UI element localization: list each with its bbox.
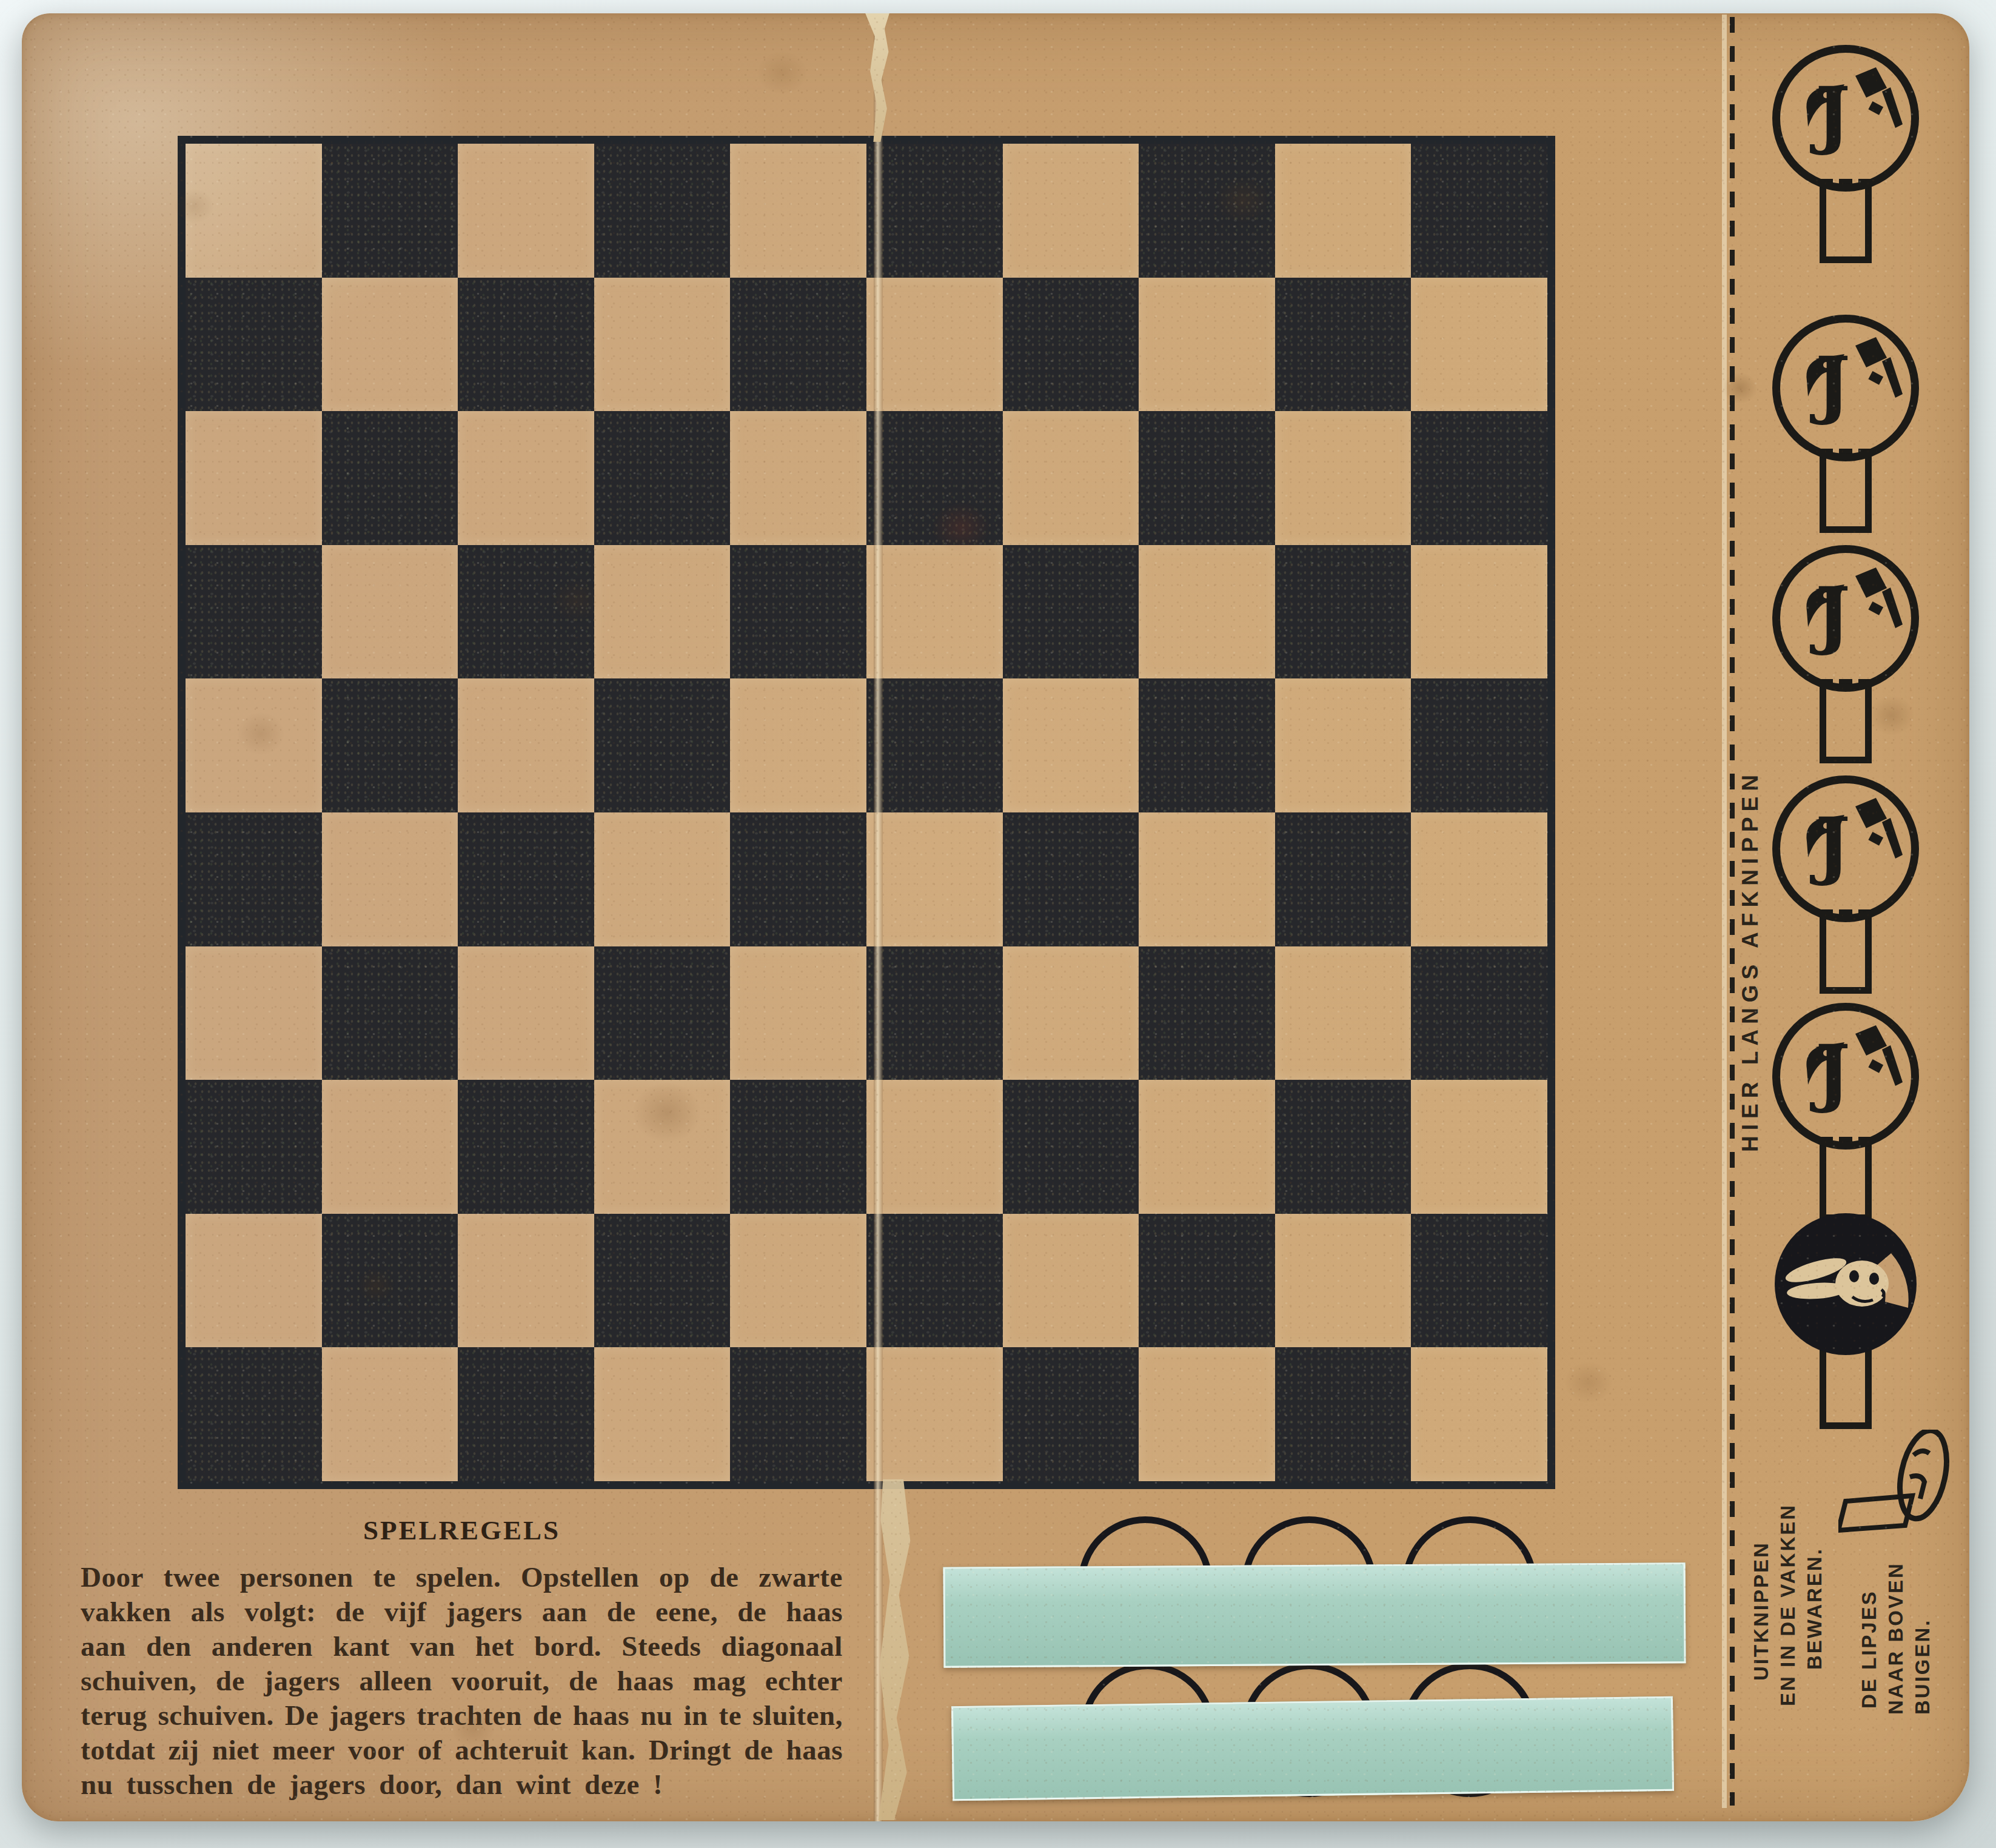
- hunter-letter: J: [1815, 77, 1850, 151]
- board-square-r5c6: [866, 678, 1003, 812]
- hunter-letter: J: [1815, 577, 1850, 651]
- board-square-r7c10: [1411, 946, 1547, 1080]
- folded-token-illustration: [1838, 1430, 1954, 1540]
- board-square-r7c4: [594, 946, 731, 1080]
- board-square-r8c8: [1139, 1080, 1275, 1214]
- board-square-r8c3: [458, 1080, 594, 1214]
- board-square-r9c1: [186, 1214, 322, 1348]
- hunter-icon: J: [1772, 545, 1919, 692]
- board-square-r6c1: [186, 812, 322, 946]
- rules-line-3: aandenanderenkantvanhetbord.Steedsdiagon…: [81, 1630, 843, 1664]
- fold-instruction-line-2: NAAR BOVEN: [1884, 1562, 1907, 1715]
- board-square-r10c6: [866, 1347, 1003, 1481]
- hunter-letter: J: [1815, 347, 1850, 421]
- board-square-r4c3: [458, 545, 594, 679]
- board-square-r6c2: [322, 812, 458, 946]
- board-square-r7c2: [322, 946, 458, 1080]
- cut-dashed-line: [1730, 17, 1735, 1806]
- board-square-r8c5: [730, 1080, 866, 1214]
- board-square-r10c10: [1411, 1347, 1547, 1481]
- board-square-r2c9: [1275, 278, 1412, 412]
- board-square-r9c2: [322, 1214, 458, 1348]
- board-square-r4c8: [1139, 545, 1275, 679]
- board-square-r4c2: [322, 545, 458, 679]
- board-square-r9c6: [866, 1214, 1003, 1348]
- board-square-r1c4: [594, 144, 731, 278]
- hunter-letter: J: [1815, 808, 1850, 882]
- rules-line-4: schuiven,dejagersalleenvooruit,dehaasmag…: [81, 1664, 843, 1699]
- board-square-r2c4: [594, 278, 731, 412]
- board-square-r1c5: [730, 144, 866, 278]
- draughts-board: [178, 136, 1555, 1489]
- board-square-r5c8: [1139, 678, 1275, 812]
- board-square-r2c3: [458, 278, 594, 412]
- board-square-r1c2: [322, 144, 458, 278]
- cut-instruction-line-1: UITKNIPPEN: [1750, 1541, 1773, 1681]
- board-square-r5c3: [458, 678, 594, 812]
- board-square-r6c3: [458, 812, 594, 946]
- board-square-r3c6: [866, 411, 1003, 545]
- board-square-r8c10: [1411, 1080, 1547, 1214]
- board-square-r6c4: [594, 812, 731, 946]
- board-square-r7c8: [1139, 946, 1275, 1080]
- fold-instruction-line-1: DE LIPJES: [1858, 1590, 1881, 1709]
- board-square-r8c6: [866, 1080, 1003, 1214]
- board-square-r10c3: [458, 1347, 594, 1481]
- board-square-r10c2: [322, 1347, 458, 1481]
- board-square-r1c3: [458, 144, 594, 278]
- board-square-r7c5: [730, 946, 866, 1080]
- pocket-strip-2: [951, 1696, 1674, 1801]
- rules-block: SPELREGELS Doortweepersonentespelen.Opst…: [81, 1515, 843, 1803]
- board-square-r9c8: [1139, 1214, 1275, 1348]
- board-square-r6c5: [730, 812, 866, 946]
- board-square-r2c8: [1139, 278, 1275, 412]
- board-square-r8c4: [594, 1080, 731, 1214]
- board-square-r3c8: [1139, 411, 1275, 545]
- cut-along-label: HIER LANGS AFKNIPPEN: [1738, 769, 1763, 1152]
- board-square-r5c5: [730, 678, 866, 812]
- cut-instruction-line-2: EN IN DE VAKKEN: [1777, 1504, 1800, 1706]
- board-square-r2c2: [322, 278, 458, 412]
- board-square-r10c5: [730, 1347, 866, 1481]
- rules-line-2: vakkenalsvolgt:devijfjagersaandeeene,deh…: [81, 1595, 843, 1630]
- board-square-r7c6: [866, 946, 1003, 1080]
- hare-icon: [1772, 1211, 1919, 1358]
- board-square-r8c9: [1275, 1080, 1412, 1214]
- board-square-r6c10: [1411, 812, 1547, 946]
- board-square-r3c2: [322, 411, 458, 545]
- board-square-r8c7: [1003, 1080, 1139, 1214]
- board-square-r1c6: [866, 144, 1003, 278]
- cut-instruction-line-3: BEWAREN.: [1803, 1547, 1826, 1670]
- strip-crease: [1722, 15, 1727, 1808]
- board-square-r3c9: [1275, 411, 1412, 545]
- board-square-r3c5: [730, 411, 866, 545]
- board-square-r4c6: [866, 545, 1003, 679]
- hunter-icon: J: [1772, 775, 1919, 922]
- rules-line-7: nu tusschen de jagers door, dan wint dez…: [81, 1768, 843, 1803]
- board-square-r9c3: [458, 1214, 594, 1348]
- board-square-r5c10: [1411, 678, 1547, 812]
- board-square-r4c4: [594, 545, 731, 679]
- board-square-r10c9: [1275, 1347, 1412, 1481]
- rules-heading: SPELREGELS: [81, 1515, 843, 1546]
- board-square-r6c8: [1139, 812, 1275, 946]
- fold-instruction-line-3: BUIGEN.: [1911, 1618, 1934, 1715]
- board-square-r10c8: [1139, 1347, 1275, 1481]
- board-square-r8c2: [322, 1080, 458, 1214]
- board-square-r9c5: [730, 1214, 866, 1348]
- board-square-r6c7: [1003, 812, 1139, 946]
- board-square-r10c1: [186, 1347, 322, 1481]
- board-square-r4c7: [1003, 545, 1139, 679]
- board-square-r9c4: [594, 1214, 731, 1348]
- rules-line-6: totdatzijnietmeervoorofachteruitkan.Drin…: [81, 1733, 843, 1768]
- pocket-strip-1: [943, 1562, 1686, 1667]
- rules-text: Doortweepersonentespelen.Opstellenopdezw…: [81, 1561, 843, 1803]
- board-square-r5c7: [1003, 678, 1139, 812]
- board-square-r4c10: [1411, 545, 1547, 679]
- hunter-icon: J: [1772, 315, 1919, 461]
- photo-background: SPELREGELS Doortweepersonentespelen.Opst…: [0, 0, 1996, 1848]
- board-square-r5c2: [322, 678, 458, 812]
- board-square-r6c9: [1275, 812, 1412, 946]
- board-square-r1c9: [1275, 144, 1412, 278]
- board-square-r3c7: [1003, 411, 1139, 545]
- board-square-r6c6: [866, 812, 1003, 946]
- board-square-r7c7: [1003, 946, 1139, 1080]
- board-square-r1c7: [1003, 144, 1139, 278]
- hunter-icon: J: [1772, 1003, 1919, 1150]
- board-square-r4c5: [730, 545, 866, 679]
- board-square-r2c1: [186, 278, 322, 412]
- board-square-r4c1: [186, 545, 322, 679]
- rules-line-5: terugschuiven.Dejagerstrachtendehaasnuin…: [81, 1699, 843, 1733]
- board-square-r5c1: [186, 678, 322, 812]
- board-square-r9c9: [1275, 1214, 1412, 1348]
- board-square-r5c9: [1275, 678, 1412, 812]
- board-square-r3c1: [186, 411, 322, 545]
- hunter-letter: J: [1815, 1035, 1850, 1109]
- board-square-r3c4: [594, 411, 731, 545]
- board-square-r2c6: [866, 278, 1003, 412]
- board-square-r3c10: [1411, 411, 1547, 545]
- board-square-r1c8: [1139, 144, 1275, 278]
- board-square-r8c1: [186, 1080, 322, 1214]
- board-square-r1c10: [1411, 144, 1547, 278]
- board-square-r7c1: [186, 946, 322, 1080]
- board-square-r9c7: [1003, 1214, 1139, 1348]
- board-square-r10c4: [594, 1347, 731, 1481]
- board-square-r1c1: [186, 144, 322, 278]
- board-square-r7c3: [458, 946, 594, 1080]
- board-square-r5c4: [594, 678, 731, 812]
- board-square-r7c9: [1275, 946, 1412, 1080]
- board-square-r2c5: [730, 278, 866, 412]
- board-square-r9c10: [1411, 1214, 1547, 1348]
- board-square-r2c10: [1411, 278, 1547, 412]
- board-square-r3c3: [458, 411, 594, 545]
- board-square-r10c7: [1003, 1347, 1139, 1481]
- board-square-r4c9: [1275, 545, 1412, 679]
- rules-line-1: Doortweepersonentespelen.Opstellenopdezw…: [81, 1561, 843, 1595]
- fold-crease: [874, 13, 883, 1821]
- hunter-icon: J: [1772, 45, 1919, 192]
- board-square-r2c7: [1003, 278, 1139, 412]
